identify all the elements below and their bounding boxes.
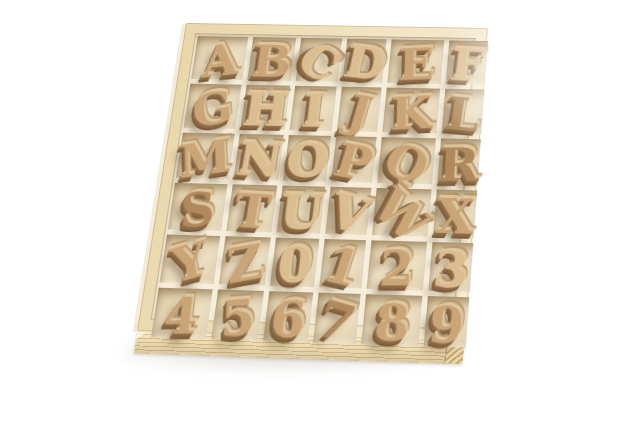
compartment-E: E [388, 39, 445, 83]
compartment-I: I [290, 86, 336, 131]
compartment-Y: Y [160, 235, 221, 285]
wooden-letter-5: 5 [219, 292, 255, 344]
wooden-letter-I: I [299, 89, 326, 134]
compartment-9: 9 [424, 296, 470, 348]
wooden-letter-F: F [448, 43, 486, 88]
compartment-N: N [233, 134, 284, 181]
wooden-letter-L: L [443, 91, 483, 139]
wooden-letter-G: G [191, 84, 234, 134]
wooden-letter-H: H [240, 88, 290, 133]
compartment-0: 0 [270, 238, 318, 288]
compartment-A: A [191, 36, 248, 80]
compartment-G: G [184, 84, 242, 129]
wooden-letter-6: 6 [267, 294, 308, 345]
wooden-letter-0: 0 [274, 241, 314, 290]
wooden-letter-1: 1 [318, 239, 366, 294]
wooden-letter-K: K [390, 90, 432, 137]
wooden-letter-7: 7 [311, 293, 361, 351]
wooden-letter-O: O [283, 138, 330, 185]
compartment-J: J [336, 87, 382, 132]
wooden-letter-U: U [277, 189, 325, 237]
compartment-F: F [446, 40, 489, 84]
wooden-letter-M: M [178, 133, 232, 185]
wooden-letter-3: 3 [431, 245, 471, 296]
wooden-letter-9: 9 [426, 299, 467, 352]
compartment-L: L [442, 89, 485, 135]
wooden-letter-N: N [233, 136, 284, 184]
wooden-letter-S: S [179, 185, 216, 234]
wooden-letter-Y: Y [168, 235, 211, 291]
wooden-letter-J: J [342, 88, 377, 136]
wooden-letter-D: D [340, 40, 389, 88]
compartment-T: T [226, 184, 278, 232]
compartment-2: 2 [367, 240, 427, 290]
compartment-1: 1 [319, 239, 367, 289]
compartment-8: 8 [362, 294, 423, 346]
wooden-letter-B: B [249, 40, 294, 84]
wooden-letter-E: E [397, 42, 434, 87]
wooden-letter-X: X [434, 193, 476, 241]
wooden-letter-P: P [330, 137, 378, 189]
photo-canvas: ABCDEFGHIJKLMNOPQRSTUVWXYZ0123456789 [0, 0, 640, 427]
compartment-D: D [342, 39, 387, 83]
box-top-face: ABCDEFGHIJKLMNOPQRSTUVWXYZ0123456789 [137, 23, 488, 342]
wooden-letter-4: 4 [162, 292, 202, 342]
wooden-letter-A: A [201, 37, 237, 84]
compartment-O: O [284, 135, 331, 182]
compartment-Z: Z [219, 236, 271, 285]
compartment-H: H [240, 85, 290, 130]
compartment-4: 4 [151, 288, 213, 339]
compartment-C: C [296, 38, 342, 82]
compartment-3: 3 [428, 242, 473, 292]
compartment-V: V [325, 187, 372, 235]
compartment-S: S [168, 183, 228, 231]
compartment-5: 5 [211, 290, 264, 341]
compartment-X: X [433, 189, 478, 237]
compartment-W: W [372, 188, 431, 237]
compartment-6: 6 [264, 291, 313, 342]
wooden-letter-R: R [438, 142, 480, 189]
compartment-Q: Q [378, 137, 436, 184]
compartment-grid: ABCDEFGHIJKLMNOPQRSTUVWXYZ0123456789 [151, 33, 476, 329]
wooden-letter-T: T [230, 187, 274, 236]
wooden-letter-8: 8 [372, 298, 412, 349]
compartment-R: R [437, 138, 481, 185]
compartment-U: U [277, 186, 325, 234]
front-panel-left-notch [136, 331, 148, 340]
compartment-K: K [383, 88, 440, 134]
compartment-7: 7 [313, 293, 362, 344]
wooden-letter-2: 2 [378, 244, 415, 293]
wooden-letter-Z: Z [225, 237, 265, 291]
compartment-M: M [176, 133, 235, 180]
compartment-P: P [331, 136, 377, 183]
